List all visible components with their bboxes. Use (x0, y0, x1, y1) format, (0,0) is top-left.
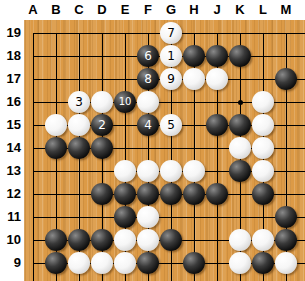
star-point-K16 (238, 100, 243, 105)
white-stone-E9[interactable] (114, 252, 136, 274)
white-stone-K10[interactable] (229, 229, 251, 251)
black-stone-L9[interactable] (252, 252, 274, 274)
move-number-label: 1 (167, 50, 175, 62)
black-stone-D14[interactable] (91, 137, 113, 159)
black-stone-K13[interactable] (229, 160, 251, 182)
grid-line-row-11 (33, 217, 305, 218)
white-stone-E13[interactable] (114, 160, 136, 182)
white-stone-C9[interactable] (68, 252, 90, 274)
row-label-9: 9 (0, 254, 21, 272)
white-stone-H13[interactable] (183, 160, 205, 182)
black-stone-M11[interactable] (275, 206, 297, 228)
white-stone-B15[interactable] (45, 114, 67, 136)
white-stone-L15[interactable] (252, 114, 274, 136)
black-stone-H9[interactable] (183, 252, 205, 274)
black-stone-M17[interactable] (275, 68, 297, 90)
black-stone-B9[interactable] (45, 252, 67, 274)
black-stone-C10[interactable] (68, 229, 90, 251)
white-stone-L10[interactable] (252, 229, 274, 251)
white-stone-F16[interactable] (137, 91, 159, 113)
column-label-A: A (22, 1, 44, 19)
column-label-M: M (275, 1, 297, 19)
white-stone-C16[interactable]: 3 (68, 91, 90, 113)
column-label-L: L (252, 1, 274, 19)
black-stone-F9[interactable] (137, 252, 159, 274)
row-label-16: 16 (0, 93, 21, 111)
column-label-K: K (229, 1, 251, 19)
move-number-label: 2 (98, 119, 106, 131)
black-stone-B10[interactable] (45, 229, 67, 251)
white-stone-G18[interactable]: 1 (160, 45, 182, 67)
go-board[interactable]: 76189310245 (24, 20, 305, 281)
row-label-15: 15 (0, 116, 21, 134)
row-label-14: 14 (0, 139, 21, 157)
black-stone-H18[interactable] (183, 45, 205, 67)
black-stone-B14[interactable] (45, 137, 67, 159)
black-stone-L12[interactable] (252, 183, 274, 205)
black-stone-F18[interactable]: 6 (137, 45, 159, 67)
column-label-C: C (68, 1, 90, 19)
white-stone-D16[interactable] (91, 91, 113, 113)
black-stone-F12[interactable] (137, 183, 159, 205)
white-stone-L14[interactable] (252, 137, 274, 159)
black-stone-D10[interactable] (91, 229, 113, 251)
white-stone-G17[interactable]: 9 (160, 68, 182, 90)
move-number-label: 3 (75, 96, 83, 108)
white-stone-C15[interactable] (68, 114, 90, 136)
go-diagram: ABCDEFGHJKLM 191817161514131211109 76189… (0, 0, 305, 281)
white-stone-F10[interactable] (137, 229, 159, 251)
column-label-J: J (206, 1, 228, 19)
grid-line-col-A (33, 33, 34, 281)
black-stone-G10[interactable] (160, 229, 182, 251)
row-label-11: 11 (0, 208, 21, 226)
move-number-label: 6 (144, 50, 152, 62)
black-stone-F15[interactable]: 4 (137, 114, 159, 136)
white-stone-L16[interactable] (252, 91, 274, 113)
black-stone-E12[interactable] (114, 183, 136, 205)
black-stone-K18[interactable] (229, 45, 251, 67)
black-stone-G12[interactable] (160, 183, 182, 205)
move-number-label: 8 (144, 73, 152, 85)
black-stone-M10[interactable] (275, 229, 297, 251)
white-stone-F13[interactable] (137, 160, 159, 182)
black-stone-E11[interactable] (114, 206, 136, 228)
column-label-B: B (45, 1, 67, 19)
column-label-G: G (160, 1, 182, 19)
column-label-D: D (91, 1, 113, 19)
black-stone-D12[interactable] (91, 183, 113, 205)
white-stone-E10[interactable] (114, 229, 136, 251)
white-stone-K9[interactable] (229, 252, 251, 274)
white-stone-J17[interactable] (206, 68, 228, 90)
move-number-label: 10 (119, 97, 132, 107)
row-label-12: 12 (0, 185, 21, 203)
black-stone-J18[interactable] (206, 45, 228, 67)
move-number-label: 7 (167, 27, 175, 39)
white-stone-D9[interactable] (91, 252, 113, 274)
black-stone-F17[interactable]: 8 (137, 68, 159, 90)
row-label-18: 18 (0, 47, 21, 65)
column-label-E: E (114, 1, 136, 19)
black-stone-K15[interactable] (229, 114, 251, 136)
white-stone-K14[interactable] (229, 137, 251, 159)
white-stone-G13[interactable] (160, 160, 182, 182)
white-stone-M9[interactable] (275, 252, 297, 274)
row-label-17: 17 (0, 70, 21, 88)
move-number-label: 5 (167, 119, 175, 131)
row-label-13: 13 (0, 162, 21, 180)
white-stone-L13[interactable] (252, 160, 274, 182)
black-stone-C14[interactable] (68, 137, 90, 159)
move-number-label: 4 (144, 119, 152, 131)
white-stone-F11[interactable] (137, 206, 159, 228)
column-label-H: H (183, 1, 205, 19)
white-stone-G15[interactable]: 5 (160, 114, 182, 136)
black-stone-E16[interactable]: 10 (114, 91, 136, 113)
black-stone-H12[interactable] (183, 183, 205, 205)
white-stone-H17[interactable] (183, 68, 205, 90)
row-label-19: 19 (0, 24, 21, 42)
black-stone-J15[interactable] (206, 114, 228, 136)
move-number-label: 9 (167, 73, 175, 85)
black-stone-J12[interactable] (206, 183, 228, 205)
black-stone-D15[interactable]: 2 (91, 114, 113, 136)
white-stone-G19[interactable]: 7 (160, 22, 182, 44)
row-label-10: 10 (0, 231, 21, 249)
column-label-F: F (137, 1, 159, 19)
